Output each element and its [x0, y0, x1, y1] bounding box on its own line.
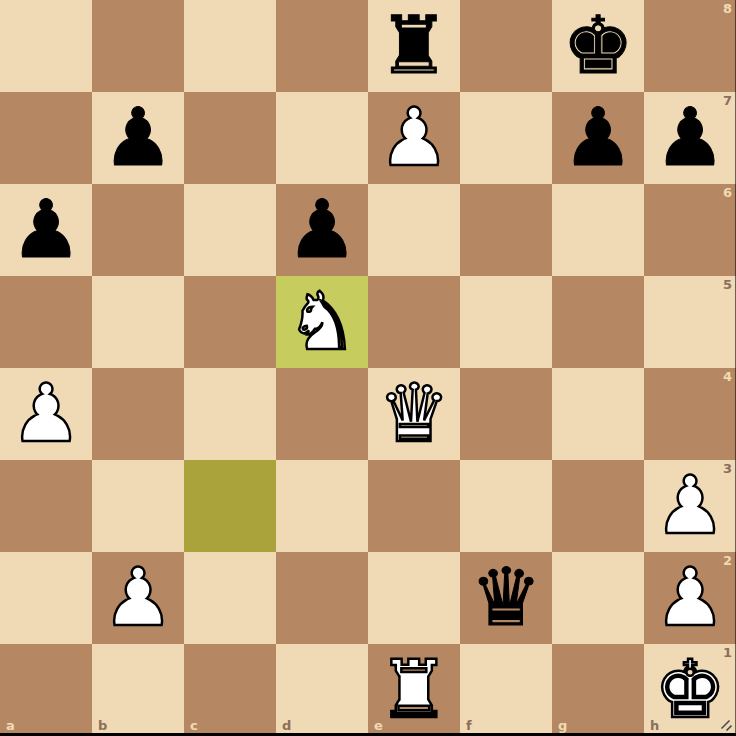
square-f3[interactable] [460, 460, 552, 552]
square-b4[interactable] [92, 368, 184, 460]
white-pawn-e7[interactable]: ♟ [368, 92, 460, 184]
black-pawn-d6[interactable]: ♟ [276, 184, 368, 276]
square-e5[interactable] [368, 276, 460, 368]
square-d3[interactable] [276, 460, 368, 552]
chess-board: ♜♚8♟♟♟♟7♟♟6♞5♟♛4♟3♟♛♟2abcd♜efg♚h1 [0, 0, 736, 736]
square-d4[interactable] [276, 368, 368, 460]
square-h8[interactable]: 8 [644, 0, 736, 92]
square-d8[interactable] [276, 0, 368, 92]
square-b7[interactable]: ♟ [92, 92, 184, 184]
rank-label-8: 8 [723, 1, 732, 16]
white-pawn-h3[interactable]: ♟ [644, 460, 736, 552]
square-a4[interactable]: ♟ [0, 368, 92, 460]
square-d5[interactable]: ♞ [276, 276, 368, 368]
square-a1[interactable]: a [0, 644, 92, 736]
square-c3[interactable] [184, 460, 276, 552]
white-pawn-h2[interactable]: ♟ [644, 552, 736, 644]
square-g7[interactable]: ♟ [552, 92, 644, 184]
square-d2[interactable] [276, 552, 368, 644]
square-d1[interactable]: d [276, 644, 368, 736]
file-label-a: a [6, 718, 15, 733]
black-pawn-g7[interactable]: ♟ [552, 92, 644, 184]
square-a7[interactable] [0, 92, 92, 184]
square-g6[interactable] [552, 184, 644, 276]
black-king-g8[interactable]: ♚ [552, 0, 644, 92]
square-g5[interactable] [552, 276, 644, 368]
square-c6[interactable] [184, 184, 276, 276]
square-c2[interactable] [184, 552, 276, 644]
rank-label-6: 6 [723, 185, 732, 200]
white-rook-e1[interactable]: ♜ [368, 644, 460, 736]
square-h3[interactable]: ♟3 [644, 460, 736, 552]
file-label-g: g [558, 718, 567, 733]
square-b5[interactable] [92, 276, 184, 368]
square-e3[interactable] [368, 460, 460, 552]
square-e4[interactable]: ♛ [368, 368, 460, 460]
square-a8[interactable] [0, 0, 92, 92]
black-pawn-h7[interactable]: ♟ [644, 92, 736, 184]
square-h7[interactable]: ♟7 [644, 92, 736, 184]
square-g3[interactable] [552, 460, 644, 552]
square-f8[interactable] [460, 0, 552, 92]
square-b6[interactable] [92, 184, 184, 276]
white-pawn-a4[interactable]: ♟ [0, 368, 92, 460]
square-c8[interactable] [184, 0, 276, 92]
square-e8[interactable]: ♜ [368, 0, 460, 92]
square-f6[interactable] [460, 184, 552, 276]
square-g8[interactable]: ♚ [552, 0, 644, 92]
square-g4[interactable] [552, 368, 644, 460]
white-queen-e4[interactable]: ♛ [368, 368, 460, 460]
file-label-b: b [98, 718, 107, 733]
square-a6[interactable]: ♟ [0, 184, 92, 276]
square-a5[interactable] [0, 276, 92, 368]
square-b2[interactable]: ♟ [92, 552, 184, 644]
square-c4[interactable] [184, 368, 276, 460]
square-f1[interactable]: f [460, 644, 552, 736]
square-f5[interactable] [460, 276, 552, 368]
rank-label-5: 5 [723, 277, 732, 292]
square-f7[interactable] [460, 92, 552, 184]
square-c1[interactable]: c [184, 644, 276, 736]
square-h6[interactable]: 6 [644, 184, 736, 276]
square-d7[interactable] [276, 92, 368, 184]
square-a3[interactable] [0, 460, 92, 552]
square-g2[interactable] [552, 552, 644, 644]
square-h4[interactable]: 4 [644, 368, 736, 460]
square-e2[interactable] [368, 552, 460, 644]
board-resize-handle-icon[interactable] [719, 718, 732, 731]
square-e1[interactable]: ♜e [368, 644, 460, 736]
square-b8[interactable] [92, 0, 184, 92]
file-label-f: f [466, 718, 472, 733]
file-label-c: c [190, 718, 198, 733]
square-c7[interactable] [184, 92, 276, 184]
square-b3[interactable] [92, 460, 184, 552]
square-c5[interactable] [184, 276, 276, 368]
square-f2[interactable]: ♛ [460, 552, 552, 644]
black-pawn-a6[interactable]: ♟ [0, 184, 92, 276]
square-g1[interactable]: g [552, 644, 644, 736]
black-queen-f2[interactable]: ♛ [460, 552, 552, 644]
black-pawn-b7[interactable]: ♟ [92, 92, 184, 184]
white-pawn-b2[interactable]: ♟ [92, 552, 184, 644]
square-a2[interactable] [0, 552, 92, 644]
square-h5[interactable]: 5 [644, 276, 736, 368]
square-d6[interactable]: ♟ [276, 184, 368, 276]
square-h2[interactable]: ♟2 [644, 552, 736, 644]
square-b1[interactable]: b [92, 644, 184, 736]
square-e7[interactable]: ♟ [368, 92, 460, 184]
rank-label-4: 4 [723, 369, 732, 384]
file-label-d: d [282, 718, 291, 733]
white-knight-d5[interactable]: ♞ [276, 276, 368, 368]
square-f4[interactable] [460, 368, 552, 460]
square-e6[interactable] [368, 184, 460, 276]
black-rook-e8[interactable]: ♜ [368, 0, 460, 92]
